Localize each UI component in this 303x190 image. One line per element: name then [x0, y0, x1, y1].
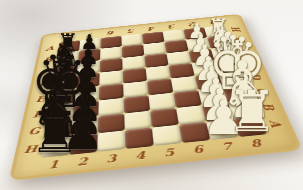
- piece-white-rook: ♜: [226, 83, 277, 140]
- coordinate-label: 6: [108, 29, 115, 36]
- coordinate-label: 3: [106, 152, 116, 165]
- coordinate-label: 5: [163, 146, 175, 159]
- coordinate-label: 4: [148, 25, 156, 32]
- piece-black-pawn: ♟: [61, 109, 104, 157]
- rank-label-bottom-4: 4: [126, 146, 156, 166]
- rank-label-bottom-5: 5: [154, 143, 185, 163]
- chess-set-photo: 87654321AHBGCFDEEDFCGBHA12345678 ♜♟♟♜♞♟♟…: [0, 0, 303, 190]
- coordinate-label: 3: [168, 23, 176, 29]
- coordinate-label: 5: [128, 27, 135, 34]
- coordinate-label: 4: [135, 149, 146, 162]
- coordinate-label: 6: [192, 143, 204, 156]
